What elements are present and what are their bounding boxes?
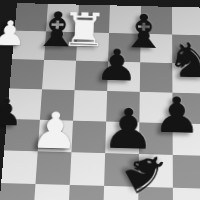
square-c1-r2 — [9, 59, 44, 89]
white-piece-partial[interactable]: ♟ — [0, 16, 28, 51]
square-c2-r6 — [33, 184, 70, 200]
black-knight[interactable]: ♞ — [166, 36, 200, 85]
black-piece-partial[interactable]: ♟ — [0, 94, 25, 132]
board-squares: 2 ♝♜♝♞♟♟♟♟♞♟♟ — [0, 3, 200, 200]
black-pawn-center[interactable]: ♟ — [94, 43, 138, 87]
chess-board: 2 ♝♜♝♞♟♟♟♟♞♟♟ — [0, 3, 200, 200]
white-pawn[interactable]: ♟ — [29, 106, 80, 157]
photo-frame: 2 ♝♜♝♞♟♟♟♟♞♟♟ — [0, 0, 200, 200]
square-c1-r6 — [0, 183, 35, 200]
square-c3-r6 — [68, 185, 104, 200]
square-c2-r2 — [42, 60, 76, 90]
square-c6-r6 — [173, 188, 200, 200]
square-c6-r0 — [172, 7, 200, 35]
black-pawn-right[interactable]: ♟ — [153, 90, 200, 141]
